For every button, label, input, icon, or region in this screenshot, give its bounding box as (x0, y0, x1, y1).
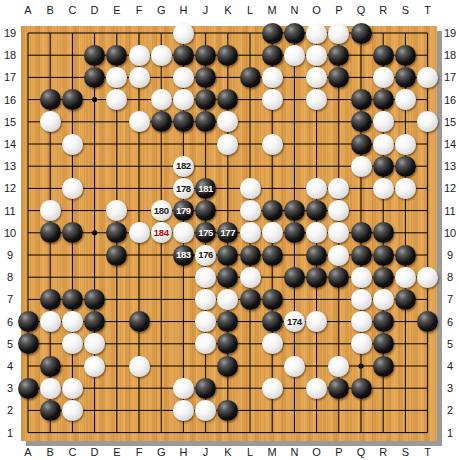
star-point (92, 230, 97, 235)
white-stone-M14 (262, 134, 283, 155)
white-stone-O17 (306, 67, 327, 88)
column-label-top-L: L (247, 4, 253, 16)
white-stone-O19 (306, 23, 327, 44)
row-label-right-10: 10 (444, 227, 456, 239)
black-stone-J3 (195, 378, 216, 399)
white-stone-F15 (129, 111, 150, 132)
column-label-bottom-B: B (47, 446, 54, 458)
row-label-left-16: 16 (4, 94, 16, 106)
black-stone-S9 (395, 245, 416, 266)
row-label-left-6: 6 (7, 316, 13, 328)
white-stone-R7 (373, 289, 394, 310)
white-stone-J9: 176 (195, 245, 216, 266)
white-stone-G18 (151, 45, 172, 66)
white-stone-N6: 174 (284, 311, 305, 332)
white-stone-K14 (217, 134, 238, 155)
black-stone-C16 (62, 89, 83, 110)
row-label-right-17: 17 (444, 71, 456, 83)
white-stone-S16 (395, 89, 416, 110)
black-stone-R5 (373, 333, 394, 354)
black-stone-M19 (262, 23, 283, 44)
black-stone-O9 (306, 245, 327, 266)
white-stone-F4 (129, 356, 150, 377)
black-stone-N11 (284, 200, 305, 221)
column-label-bottom-C: C (68, 446, 76, 458)
white-stone-B6 (40, 311, 61, 332)
black-stone-B7 (40, 289, 61, 310)
black-stone-Q16 (351, 89, 372, 110)
white-stone-G11: 180 (151, 200, 172, 221)
column-label-top-G: G (157, 4, 166, 16)
black-stone-R9 (373, 245, 394, 266)
star-point (92, 97, 97, 102)
row-label-left-3: 3 (7, 382, 13, 394)
white-stone-M5 (262, 333, 283, 354)
white-stone-T17 (417, 67, 438, 88)
column-label-bottom-D: D (91, 446, 99, 458)
move-number: 176 (198, 250, 213, 260)
black-stone-M7 (262, 289, 283, 310)
column-label-bottom-N: N (290, 446, 298, 458)
black-stone-P8 (328, 267, 349, 288)
black-stone-P18 (328, 45, 349, 66)
move-number: 182 (176, 161, 191, 171)
column-label-top-P: P (335, 4, 342, 16)
column-label-bottom-R: R (379, 446, 387, 458)
black-stone-F6 (129, 311, 150, 332)
white-stone-Q8 (351, 267, 372, 288)
white-stone-D4 (84, 356, 105, 377)
column-label-top-S: S (402, 4, 409, 16)
white-stone-P9 (328, 245, 349, 266)
white-stone-O18 (306, 45, 327, 66)
row-label-right-4: 4 (447, 360, 453, 372)
row-label-left-13: 13 (4, 160, 16, 172)
black-stone-N19 (284, 23, 305, 44)
black-stone-E9 (106, 245, 127, 266)
column-label-bottom-Q: Q (357, 446, 366, 458)
white-stone-S12 (395, 178, 416, 199)
black-stone-R4 (373, 356, 394, 377)
white-stone-P4 (328, 356, 349, 377)
row-label-left-7: 7 (7, 293, 13, 305)
black-stone-M18 (262, 45, 283, 66)
white-stone-H12: 178 (173, 178, 194, 199)
black-stone-H18 (173, 45, 194, 66)
black-stone-R13 (373, 156, 394, 177)
column-label-bottom-T: T (424, 446, 431, 458)
row-label-right-2: 2 (447, 404, 453, 416)
black-stone-J12: 181 (195, 178, 216, 199)
white-stone-M3 (262, 378, 283, 399)
white-stone-C3 (62, 378, 83, 399)
column-label-bottom-O: O (312, 446, 321, 458)
white-stone-L10 (240, 222, 261, 243)
column-label-bottom-E: E (113, 446, 120, 458)
column-label-bottom-K: K (224, 446, 231, 458)
row-label-right-16: 16 (444, 94, 456, 106)
white-stone-S8 (395, 267, 416, 288)
white-stone-L8 (240, 267, 261, 288)
column-label-top-N: N (290, 4, 298, 16)
black-stone-S13 (395, 156, 416, 177)
black-stone-A5 (18, 333, 39, 354)
white-stone-H13: 182 (173, 156, 194, 177)
column-label-top-O: O (312, 4, 321, 16)
white-stone-S14 (395, 134, 416, 155)
move-number: 181 (198, 184, 213, 194)
row-label-right-7: 7 (447, 293, 453, 305)
row-label-right-15: 15 (444, 116, 456, 128)
white-stone-M16 (262, 89, 283, 110)
column-label-bottom-F: F (136, 446, 143, 458)
column-label-top-D: D (91, 4, 99, 16)
white-stone-R15 (373, 111, 394, 132)
black-stone-B4 (40, 356, 61, 377)
white-stone-L12 (240, 178, 261, 199)
row-label-left-8: 8 (7, 271, 13, 283)
row-label-right-1: 1 (447, 427, 453, 439)
white-stone-F18 (129, 45, 150, 66)
black-stone-R10 (373, 222, 394, 243)
white-stone-F10 (129, 222, 150, 243)
white-stone-J8 (195, 267, 216, 288)
move-number: 180 (154, 206, 169, 216)
row-label-left-11: 11 (4, 205, 15, 217)
white-stone-M17 (262, 67, 283, 88)
white-stone-R12 (373, 178, 394, 199)
row-label-left-17: 17 (4, 71, 16, 83)
black-stone-C7 (62, 289, 83, 310)
black-stone-B16 (40, 89, 61, 110)
row-label-left-12: 12 (4, 182, 16, 194)
black-stone-A6 (18, 311, 39, 332)
black-stone-L9 (240, 245, 261, 266)
white-stone-Q5 (351, 333, 372, 354)
white-stone-C6 (62, 311, 83, 332)
column-label-bottom-A: A (24, 446, 31, 458)
row-label-left-15: 15 (4, 116, 16, 128)
row-label-left-5: 5 (7, 338, 13, 350)
black-stone-O8 (306, 267, 327, 288)
white-stone-L11 (240, 200, 261, 221)
white-stone-P19 (328, 23, 349, 44)
black-stone-D17 (84, 67, 105, 88)
white-stone-B11 (40, 200, 61, 221)
column-label-top-E: E (113, 4, 120, 16)
column-label-bottom-J: J (203, 446, 209, 458)
black-stone-K18 (217, 45, 238, 66)
black-stone-H11: 179 (173, 200, 194, 221)
black-stone-S17 (395, 67, 416, 88)
white-stone-H3 (173, 378, 194, 399)
black-stone-M6 (262, 311, 283, 332)
column-label-bottom-M: M (268, 446, 277, 458)
column-label-top-B: B (47, 4, 54, 16)
black-stone-B2 (40, 400, 61, 421)
black-stone-L17 (240, 67, 261, 88)
white-stone-G10: 184 (151, 222, 172, 243)
black-stone-G15 (151, 111, 172, 132)
column-label-top-K: K (224, 4, 231, 16)
white-stone-C14 (62, 134, 83, 155)
black-stone-N8 (284, 267, 305, 288)
black-stone-J18 (195, 45, 216, 66)
row-label-right-13: 13 (444, 160, 456, 172)
move-number: 175 (198, 228, 213, 238)
white-stone-H16 (173, 89, 194, 110)
white-stone-N4 (284, 356, 305, 377)
black-stone-Q10 (351, 222, 372, 243)
row-label-right-3: 3 (447, 382, 453, 394)
column-label-bottom-S: S (402, 446, 409, 458)
row-label-left-4: 4 (7, 360, 13, 372)
row-label-right-8: 8 (447, 271, 453, 283)
black-stone-D7 (84, 289, 105, 310)
column-label-top-T: T (424, 4, 431, 16)
white-stone-G16 (151, 89, 172, 110)
black-stone-S18 (395, 45, 416, 66)
white-stone-Q13 (351, 156, 372, 177)
white-stone-T8 (417, 267, 438, 288)
white-stone-B15 (40, 111, 61, 132)
row-label-right-12: 12 (444, 182, 456, 194)
black-stone-K8 (217, 267, 238, 288)
row-label-right-18: 18 (444, 49, 456, 61)
black-stone-R16 (373, 89, 394, 110)
column-label-top-A: A (24, 4, 31, 16)
black-stone-S7 (395, 289, 416, 310)
white-stone-H19 (173, 23, 194, 44)
row-label-left-19: 19 (4, 27, 16, 39)
black-stone-L7 (240, 289, 261, 310)
white-stone-J2 (195, 400, 216, 421)
black-stone-R18 (373, 45, 394, 66)
white-stone-O3 (306, 378, 327, 399)
white-stone-M10 (262, 222, 283, 243)
column-label-top-C: C (68, 4, 76, 16)
star-point (358, 363, 363, 368)
white-stone-H17 (173, 67, 194, 88)
row-label-right-11: 11 (444, 205, 455, 217)
row-label-left-2: 2 (7, 404, 13, 416)
row-label-right-9: 9 (447, 249, 453, 261)
black-stone-E18 (106, 45, 127, 66)
black-stone-Q3 (351, 378, 372, 399)
white-stone-C2 (62, 400, 83, 421)
white-stone-B3 (40, 378, 61, 399)
move-number: 184 (154, 228, 169, 238)
black-stone-D18 (84, 45, 105, 66)
column-label-top-M: M (268, 4, 277, 16)
column-label-bottom-G: G (157, 446, 166, 458)
move-number: 179 (176, 206, 191, 216)
row-label-left-1: 1 (7, 427, 13, 439)
row-label-right-5: 5 (447, 338, 453, 350)
go-game-screenshot: { "game": "go", "board_size": 19, "posit… (0, 0, 459, 460)
row-label-left-10: 10 (4, 227, 16, 239)
white-stone-R14 (373, 134, 394, 155)
black-stone-R8 (373, 267, 394, 288)
black-stone-Q15 (351, 111, 372, 132)
column-label-bottom-L: L (247, 446, 253, 458)
go-board[interactable]: 182178181180179184175177183176174 (21, 26, 437, 441)
white-stone-Q6 (351, 311, 372, 332)
black-stone-J17 (195, 67, 216, 88)
black-stone-H9: 183 (173, 245, 194, 266)
move-number: 174 (287, 317, 302, 327)
black-stone-B10 (40, 222, 61, 243)
white-stone-J7 (195, 289, 216, 310)
black-stone-Q14 (351, 134, 372, 155)
black-stone-A3 (18, 378, 39, 399)
row-label-right-19: 19 (444, 27, 456, 39)
white-stone-Q7 (351, 289, 372, 310)
row-label-right-6: 6 (447, 316, 453, 328)
white-stone-C12 (62, 178, 83, 199)
column-label-top-H: H (179, 4, 187, 16)
row-label-left-9: 9 (7, 249, 13, 261)
black-stone-M11 (262, 200, 283, 221)
column-label-bottom-P: P (335, 446, 342, 458)
black-stone-Q9 (351, 245, 372, 266)
white-stone-O12 (306, 178, 327, 199)
white-stone-F17 (129, 67, 150, 88)
white-stone-N18 (284, 45, 305, 66)
black-stone-P3 (328, 378, 349, 399)
column-label-top-F: F (136, 4, 143, 16)
white-stone-R17 (373, 67, 394, 88)
move-number: 177 (220, 228, 235, 238)
black-stone-Q19 (351, 23, 372, 44)
column-label-top-Q: Q (357, 4, 366, 16)
black-stone-K4 (217, 356, 238, 377)
column-label-top-R: R (379, 4, 387, 16)
black-stone-R6 (373, 311, 394, 332)
column-label-bottom-H: H (179, 446, 187, 458)
black-stone-M9 (262, 245, 283, 266)
column-label-top-J: J (203, 4, 209, 16)
row-label-left-14: 14 (4, 138, 16, 150)
black-stone-K9 (217, 245, 238, 266)
row-label-left-18: 18 (4, 49, 16, 61)
white-stone-H2 (173, 400, 194, 421)
move-number: 178 (176, 184, 191, 194)
row-label-right-14: 14 (444, 138, 456, 150)
move-number: 183 (176, 250, 191, 260)
